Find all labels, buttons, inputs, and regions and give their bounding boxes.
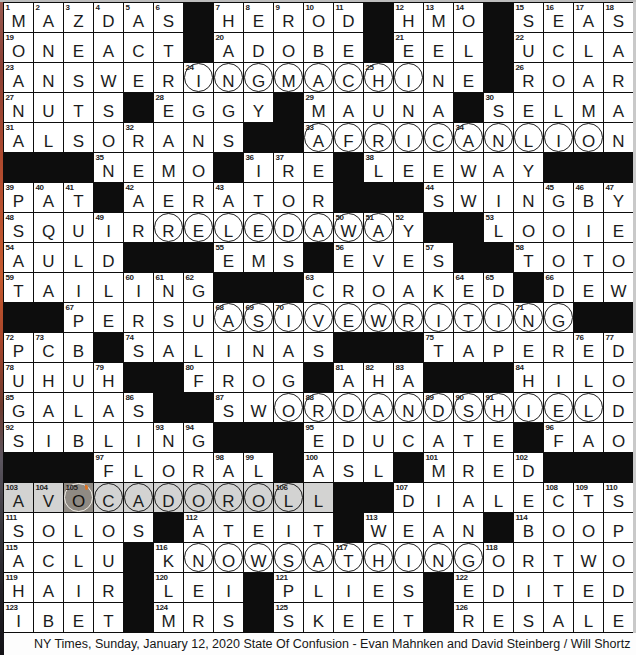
cell-r10c13[interactable]: O (364, 273, 393, 302)
cell-r3c7[interactable]: 24I (184, 63, 213, 92)
cell-r1c2[interactable]: 2A (34, 3, 63, 32)
cell-r21c21[interactable]: E (604, 603, 633, 632)
cell-r21c3[interactable]: E (64, 603, 93, 632)
cell-r18c15[interactable]: A (424, 513, 453, 542)
cell-r4c12[interactable]: A (334, 93, 363, 122)
cell-r5c15[interactable]: C (424, 123, 453, 152)
cell-r14c11[interactable]: 88R (304, 393, 333, 422)
cell-r17c14[interactable]: 107D (394, 483, 423, 512)
cell-r16c11[interactable]: 100A (304, 453, 333, 482)
cell-r10c1[interactable]: 59T (4, 273, 33, 302)
cell-r1c16[interactable]: 14O (454, 3, 483, 32)
cell-r15c7[interactable]: 94G (184, 423, 213, 452)
cell-r13c13[interactable]: 82H (364, 363, 393, 392)
cell-r7c3[interactable]: 41T (64, 183, 93, 212)
cell-r4c21[interactable]: A (604, 93, 633, 122)
cell-r2c16[interactable]: L (454, 33, 483, 62)
cell-r13c19[interactable]: I (544, 363, 573, 392)
cell-r6c4[interactable]: 35N (94, 153, 123, 182)
cell-r5c4[interactable]: O (94, 123, 123, 152)
cell-r4c3[interactable]: T (64, 93, 93, 122)
cell-r20c10[interactable]: 121P (274, 573, 303, 602)
cell-r4c19[interactable]: L (544, 93, 573, 122)
cell-r10c12[interactable]: R (334, 273, 363, 302)
cell-r16c8[interactable]: 98A (214, 453, 243, 482)
cell-r17c20[interactable]: 109T (574, 483, 603, 512)
cell-r12c2[interactable]: 73C (34, 333, 63, 362)
cell-r17c2[interactable]: 104V (34, 483, 63, 512)
cell-r18c8[interactable]: T (214, 513, 243, 542)
cell-r10c4[interactable]: L (94, 273, 123, 302)
cell-r20c2[interactable]: A (34, 573, 63, 602)
cell-r18c2[interactable]: O (34, 513, 63, 542)
cell-r6c11[interactable]: E (304, 153, 333, 182)
cell-r8c7[interactable]: E (184, 213, 213, 242)
cell-r19c6[interactable]: 116K (154, 543, 183, 572)
cell-r2c10[interactable]: O (274, 33, 303, 62)
cell-r12c8[interactable]: I (214, 333, 243, 362)
cell-r4c20[interactable]: M (574, 93, 603, 122)
cell-r7c17[interactable]: I (484, 183, 513, 212)
cell-r20c14[interactable]: S (394, 573, 423, 602)
cell-r15c13[interactable]: U (364, 423, 393, 452)
cell-r9c1[interactable]: 54A (4, 243, 33, 272)
cell-r9c8[interactable]: 55E (214, 243, 243, 272)
cell-r21c11[interactable]: K (304, 603, 333, 632)
cell-r7c8[interactable]: 43A (214, 183, 243, 212)
cell-r21c16[interactable]: 126R (454, 603, 483, 632)
cell-r3c8[interactable]: N (214, 63, 243, 92)
cell-r16c12[interactable]: S (334, 453, 363, 482)
cell-r19c9[interactable]: W (244, 543, 273, 572)
cell-r14c8[interactable]: 87S (214, 393, 243, 422)
cell-r6c15[interactable]: E (424, 153, 453, 182)
cell-r14c14[interactable]: N (394, 393, 423, 422)
cell-r10c6[interactable]: 61N (154, 273, 183, 302)
cell-r12c15[interactable]: 75T (424, 333, 453, 362)
cell-r4c17[interactable]: 30S (484, 93, 513, 122)
cell-r13c7[interactable]: 80F (184, 363, 213, 392)
cell-r19c11[interactable]: A (304, 543, 333, 572)
cell-r12c17[interactable]: P (484, 333, 513, 362)
cell-r5c16[interactable]: 34A (454, 123, 483, 152)
cell-r3c15[interactable]: N (424, 63, 453, 92)
cell-r17c7[interactable]: O (184, 483, 213, 512)
cell-r11c10[interactable]: 70I (274, 303, 303, 332)
cell-r21c20[interactable]: L (574, 603, 603, 632)
cell-r2c3[interactable]: E (64, 33, 93, 62)
cell-r20c13[interactable]: E (364, 573, 393, 602)
cell-r17c10[interactable]: 106L (274, 483, 303, 512)
cell-r4c8[interactable]: G (214, 93, 243, 122)
cell-r13c1[interactable]: 78U (4, 363, 33, 392)
cell-r20c16[interactable]: 122E (454, 573, 483, 602)
cell-r19c16[interactable]: G (454, 543, 483, 572)
cell-r3c11[interactable]: A (304, 63, 333, 92)
cell-r3c13[interactable]: 25H (364, 63, 393, 92)
cell-r7c16[interactable]: W (454, 183, 483, 212)
cell-r14c16[interactable]: 90S (454, 393, 483, 422)
cell-r8c8[interactable]: L (214, 213, 243, 242)
cell-r2c11[interactable]: B (304, 33, 333, 62)
cell-r7c18[interactable]: N (514, 183, 543, 212)
cell-r10c17[interactable]: 65D (484, 273, 513, 302)
cell-r2c6[interactable]: T (154, 33, 183, 62)
cell-r14c5[interactable]: 86S (124, 393, 153, 422)
cell-r5c8[interactable]: S (214, 123, 243, 152)
cell-r5c20[interactable]: O (574, 123, 603, 152)
cell-r8c17[interactable]: 53L (484, 213, 513, 242)
cell-r15c5[interactable]: I (124, 423, 153, 452)
cell-r6c16[interactable]: W (454, 153, 483, 182)
cell-r6c5[interactable]: E (124, 153, 153, 182)
cell-r1c5[interactable]: 5A (124, 3, 153, 32)
cell-r20c4[interactable]: R (94, 573, 123, 602)
cell-r21c2[interactable]: B (34, 603, 63, 632)
cell-r9c19[interactable]: O (544, 243, 573, 272)
cell-r8c11[interactable]: A (304, 213, 333, 242)
cell-r15c3[interactable]: B (64, 423, 93, 452)
cell-r5c14[interactable]: I (394, 123, 423, 152)
cell-r17c9[interactable]: O (244, 483, 273, 512)
cell-r1c14[interactable]: 12H (394, 3, 423, 32)
cell-r8c13[interactable]: 51A (364, 213, 393, 242)
cell-r3c18[interactable]: 26R (514, 63, 543, 92)
cell-r9c12[interactable]: 56E (334, 243, 363, 272)
cell-r21c18[interactable]: S (514, 603, 543, 632)
cell-r15c11[interactable]: 95E (304, 423, 333, 452)
cell-r8c10[interactable]: D (274, 213, 303, 242)
cell-r10c21[interactable]: W (604, 273, 633, 302)
cell-r5c7[interactable]: N (184, 123, 213, 152)
cell-r5c6[interactable]: A (154, 123, 183, 152)
cell-r10c11[interactable]: 63C (304, 273, 333, 302)
cell-r9c9[interactable]: M (244, 243, 273, 272)
cell-r4c14[interactable]: N (394, 93, 423, 122)
cell-r18c19[interactable]: O (544, 513, 573, 542)
cell-r2c5[interactable]: C (124, 33, 153, 62)
cell-r17c5[interactable]: A (124, 483, 153, 512)
cell-r19c20[interactable]: W (574, 543, 603, 572)
cell-r19c19[interactable]: T (544, 543, 573, 572)
cell-r20c1[interactable]: 119H (4, 573, 33, 602)
cell-r18c10[interactable]: I (274, 513, 303, 542)
cell-r3c16[interactable]: E (454, 63, 483, 92)
cell-r17c11[interactable]: L (304, 483, 333, 512)
cell-r11c18[interactable]: 71N (514, 303, 543, 332)
cell-r9c21[interactable]: O (604, 243, 633, 272)
cell-r3c20[interactable]: A (574, 63, 603, 92)
cell-r21c4[interactable]: T (94, 603, 123, 632)
cell-r13c10[interactable]: G (274, 363, 303, 392)
cell-r10c7[interactable]: 62G (184, 273, 213, 302)
cell-r8c3[interactable]: U (64, 213, 93, 242)
cell-r17c8[interactable]: R (214, 483, 243, 512)
cell-r3c3[interactable]: S (64, 63, 93, 92)
cell-r9c18[interactable]: 58T (514, 243, 543, 272)
cell-r11c3[interactable]: 67P (64, 303, 93, 332)
cell-r9c13[interactable]: V (364, 243, 393, 272)
cell-r1c3[interactable]: 3Z (64, 3, 93, 32)
cell-r19c4[interactable]: U (94, 543, 123, 572)
cell-r2c1[interactable]: 19O (4, 33, 33, 62)
cell-r2c18[interactable]: 22U (514, 33, 543, 62)
cell-r14c9[interactable]: W (244, 393, 273, 422)
cell-r12c9[interactable]: N (244, 333, 273, 362)
cell-r18c7[interactable]: 112A (184, 513, 213, 542)
cell-r18c11[interactable]: T (304, 513, 333, 542)
cell-r18c16[interactable]: N (454, 513, 483, 542)
cell-r7c1[interactable]: 39P (4, 183, 33, 212)
cell-r21c14[interactable]: T (394, 603, 423, 632)
cell-r9c15[interactable]: 57S (424, 243, 453, 272)
cell-r1c15[interactable]: 13M (424, 3, 453, 32)
cell-r6c9[interactable]: 36I (244, 153, 273, 182)
cell-r10c2[interactable]: A (34, 273, 63, 302)
cell-r11c13[interactable]: W (364, 303, 393, 332)
cell-r12c20[interactable]: 76E (574, 333, 603, 362)
cell-r4c6[interactable]: 28E (154, 93, 183, 122)
cell-r16c13[interactable]: L (364, 453, 393, 482)
cell-r8c9[interactable]: E (244, 213, 273, 242)
cell-r12c6[interactable]: A (154, 333, 183, 362)
cell-r15c2[interactable]: I (34, 423, 63, 452)
cell-r6c6[interactable]: M (154, 153, 183, 182)
cell-r12c19[interactable]: R (544, 333, 573, 362)
cell-r1c18[interactable]: 15S (514, 3, 543, 32)
cell-r3c2[interactable]: N (34, 63, 63, 92)
cell-r8c20[interactable]: I (574, 213, 603, 242)
cell-r20c11[interactable]: L (304, 573, 333, 602)
cell-r15c4[interactable]: L (94, 423, 123, 452)
cell-r18c21[interactable]: P (604, 513, 633, 542)
cell-r2c2[interactable]: N (34, 33, 63, 62)
cell-r12c16[interactable]: A (454, 333, 483, 362)
cell-r14c17[interactable]: 91H (484, 393, 513, 422)
cell-r12c21[interactable]: 77D (604, 333, 633, 362)
cell-r3c1[interactable]: 23A (4, 63, 33, 92)
cell-r5c17[interactable]: N (484, 123, 513, 152)
cell-r18c5[interactable]: S (124, 513, 153, 542)
cell-r18c13[interactable]: 113W (364, 513, 393, 542)
cell-r3c14[interactable]: I (394, 63, 423, 92)
cell-r8c12[interactable]: 50W (334, 213, 363, 242)
cell-r5c12[interactable]: F (334, 123, 363, 152)
cell-r17c3[interactable]: 105O (64, 483, 93, 512)
cell-r16c7[interactable]: R (184, 453, 213, 482)
cell-r20c20[interactable]: E (574, 573, 603, 602)
cell-r3c12[interactable]: C (334, 63, 363, 92)
cell-r14c3[interactable]: L (64, 393, 93, 422)
cell-r10c15[interactable]: K (424, 273, 453, 302)
cell-r12c5[interactable]: 74S (124, 333, 153, 362)
cell-r8c2[interactable]: Q (34, 213, 63, 242)
cell-r16c9[interactable]: 99L (244, 453, 273, 482)
cell-r20c19[interactable]: T (544, 573, 573, 602)
cell-r4c4[interactable]: S (94, 93, 123, 122)
cell-r19c3[interactable]: L (64, 543, 93, 572)
cell-r20c17[interactable]: D (484, 573, 513, 602)
cell-r11c14[interactable]: R (394, 303, 423, 332)
cell-r18c20[interactable]: O (574, 513, 603, 542)
cell-r7c10[interactable]: O (274, 183, 303, 212)
cell-r16c15[interactable]: 101M (424, 453, 453, 482)
cell-r6c10[interactable]: 37R (274, 153, 303, 182)
cell-r9c14[interactable]: E (394, 243, 423, 272)
cell-r13c14[interactable]: 83A (394, 363, 423, 392)
cell-r1c12[interactable]: 11D (334, 3, 363, 32)
cell-r6c17[interactable]: A (484, 153, 513, 182)
cell-r10c3[interactable]: I (64, 273, 93, 302)
cell-r3c9[interactable]: G (244, 63, 273, 92)
cell-r17c19[interactable]: 108C (544, 483, 573, 512)
cell-r21c13[interactable]: E (364, 603, 393, 632)
cell-r19c15[interactable]: N (424, 543, 453, 572)
cell-r5c18[interactable]: L (514, 123, 543, 152)
cell-r19c13[interactable]: H (364, 543, 393, 572)
cell-r14c20[interactable]: L (574, 393, 603, 422)
cell-r15c12[interactable]: D (334, 423, 363, 452)
cell-r8c1[interactable]: 48S (4, 213, 33, 242)
cell-r17c18[interactable]: E (514, 483, 543, 512)
cell-r20c7[interactable]: E (184, 573, 213, 602)
cell-r1c21[interactable]: 18S (604, 3, 633, 32)
cell-r18c18[interactable]: 114B (514, 513, 543, 542)
cell-r14c13[interactable]: A (364, 393, 393, 422)
cell-r15c15[interactable]: A (424, 423, 453, 452)
cell-r11c9[interactable]: 69S (244, 303, 273, 332)
cell-r3c19[interactable]: O (544, 63, 573, 92)
cell-r11c16[interactable]: T (454, 303, 483, 332)
cell-r18c1[interactable]: 111S (4, 513, 33, 542)
cell-r1c1[interactable]: 1M (4, 3, 33, 32)
cell-r10c14[interactable]: A (394, 273, 423, 302)
cell-r15c14[interactable]: C (394, 423, 423, 452)
cell-r21c1[interactable]: 123I (4, 603, 33, 632)
cell-r2c20[interactable]: L (574, 33, 603, 62)
cell-r9c2[interactable]: U (34, 243, 63, 272)
cell-r8c19[interactable]: O (544, 213, 573, 242)
cell-r15c17[interactable]: E (484, 423, 513, 452)
cell-r14c15[interactable]: 89D (424, 393, 453, 422)
cell-r4c7[interactable]: G (184, 93, 213, 122)
cell-r18c14[interactable]: E (394, 513, 423, 542)
cell-r2c21[interactable]: A (604, 33, 633, 62)
cell-r7c21[interactable]: 47Y (604, 183, 633, 212)
cell-r11c12[interactable]: E (334, 303, 363, 332)
cell-r13c3[interactable]: U (64, 363, 93, 392)
cell-r12c18[interactable]: E (514, 333, 543, 362)
cell-r16c4[interactable]: 97F (94, 453, 123, 482)
cell-r5c2[interactable]: L (34, 123, 63, 152)
cell-r7c7[interactable]: R (184, 183, 213, 212)
cell-r5c3[interactable]: S (64, 123, 93, 152)
cell-r4c2[interactable]: U (34, 93, 63, 122)
cell-r11c11[interactable]: V (304, 303, 333, 332)
cell-r17c21[interactable]: 110S (604, 483, 633, 512)
cell-r7c5[interactable]: 42A (124, 183, 153, 212)
cell-r19c1[interactable]: 115A (4, 543, 33, 572)
cell-r10c16[interactable]: 64E (454, 273, 483, 302)
cell-r19c10[interactable]: S (274, 543, 303, 572)
cell-r1c4[interactable]: 4D (94, 3, 123, 32)
cell-r4c11[interactable]: 29M (304, 93, 333, 122)
cell-r20c8[interactable]: I (214, 573, 243, 602)
cell-r12c10[interactable]: A (274, 333, 303, 362)
cell-r6c14[interactable]: E (394, 153, 423, 182)
cell-r2c9[interactable]: D (244, 33, 273, 62)
cell-r12c7[interactable]: L (184, 333, 213, 362)
cell-r21c8[interactable]: S (214, 603, 243, 632)
cell-r15c1[interactable]: 92S (4, 423, 33, 452)
cell-r13c2[interactable]: H (34, 363, 63, 392)
cell-r1c8[interactable]: 7H (214, 3, 243, 32)
cell-r5c19[interactable]: I (544, 123, 573, 152)
cell-r19c17[interactable]: 118O (484, 543, 513, 572)
cell-r15c6[interactable]: 93N (154, 423, 183, 452)
cell-r16c17[interactable]: E (484, 453, 513, 482)
cell-r11c19[interactable]: G (544, 303, 573, 332)
cell-r14c10[interactable]: O (274, 393, 303, 422)
cell-r19c7[interactable]: N (184, 543, 213, 572)
cell-r7c20[interactable]: 46B (574, 183, 603, 212)
cell-r13c12[interactable]: 81A (334, 363, 363, 392)
cell-r19c14[interactable]: I (394, 543, 423, 572)
cell-r1c6[interactable]: 6S (154, 3, 183, 32)
cell-r11c7[interactable]: U (184, 303, 213, 332)
cell-r7c2[interactable]: 40A (34, 183, 63, 212)
cell-r19c18[interactable]: R (514, 543, 543, 572)
cell-r15c21[interactable]: O (604, 423, 633, 452)
cell-r20c6[interactable]: 120L (154, 573, 183, 602)
cell-r6c7[interactable]: O (184, 153, 213, 182)
cell-r13c4[interactable]: 79H (94, 363, 123, 392)
cell-r19c2[interactable]: C (34, 543, 63, 572)
cell-r7c11[interactable]: R (304, 183, 333, 212)
cell-r11c4[interactable]: E (94, 303, 123, 332)
cell-r18c3[interactable]: L (64, 513, 93, 542)
cell-r18c9[interactable]: E (244, 513, 273, 542)
cell-r13c20[interactable]: L (574, 363, 603, 392)
cell-r6c18[interactable]: Y (514, 153, 543, 182)
cell-r12c11[interactable]: S (304, 333, 333, 362)
cell-r3c4[interactable]: W (94, 63, 123, 92)
cell-r9c20[interactable]: T (574, 243, 603, 272)
cell-r9c4[interactable]: D (94, 243, 123, 272)
cell-r9c10[interactable]: S (274, 243, 303, 272)
cell-r4c13[interactable]: U (364, 93, 393, 122)
cell-r4c18[interactable]: E (514, 93, 543, 122)
cell-r6c13[interactable]: 38L (364, 153, 393, 182)
cell-r20c21[interactable]: D (604, 573, 633, 602)
cell-r11c8[interactable]: 68A (214, 303, 243, 332)
cell-r3c5[interactable]: E (124, 63, 153, 92)
cell-r17c4[interactable]: C (94, 483, 123, 512)
cell-r20c18[interactable]: I (514, 573, 543, 602)
cell-r15c20[interactable]: A (574, 423, 603, 452)
cell-r14c4[interactable]: A (94, 393, 123, 422)
cell-r2c4[interactable]: A (94, 33, 123, 62)
cell-r5c21[interactable]: N (604, 123, 633, 152)
cell-r4c1[interactable]: 27N (4, 93, 33, 122)
cell-r21c7[interactable]: R (184, 603, 213, 632)
cell-r19c21[interactable]: O (604, 543, 633, 572)
cell-r8c5[interactable]: R (124, 213, 153, 242)
cell-r11c5[interactable]: R (124, 303, 153, 332)
cell-r9c3[interactable]: L (64, 243, 93, 272)
cell-r5c5[interactable]: 32R (124, 123, 153, 152)
cell-r16c5[interactable]: L (124, 453, 153, 482)
